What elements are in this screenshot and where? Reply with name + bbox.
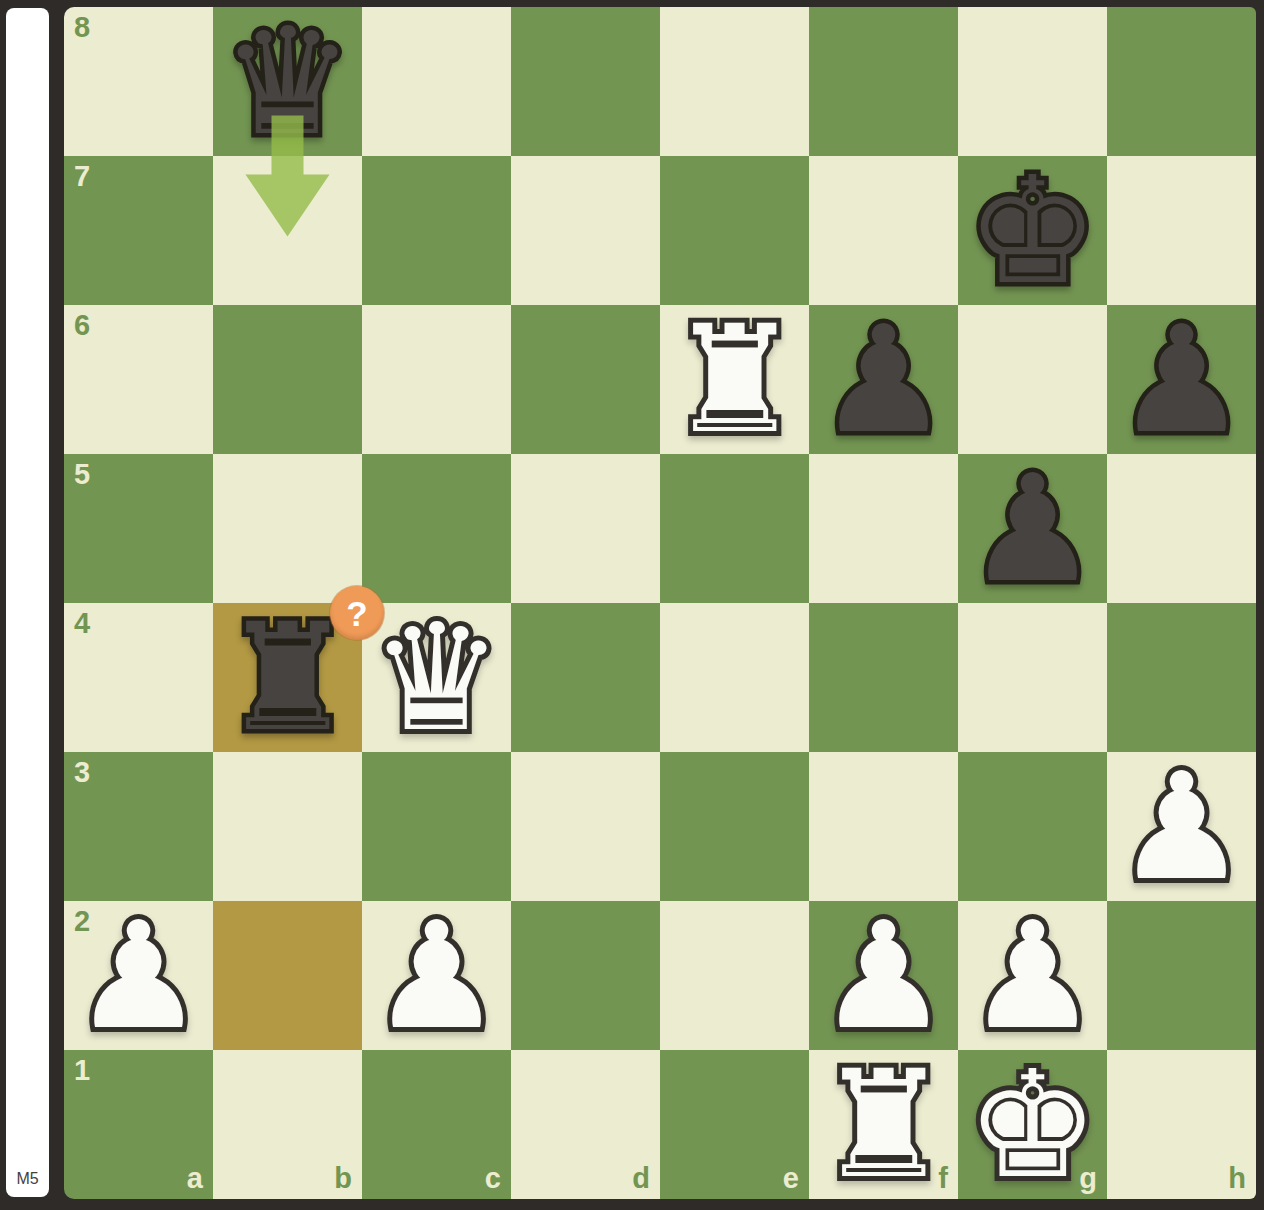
square-d8[interactable] [511, 7, 660, 156]
rank-label-4: 4 [74, 609, 90, 638]
piece-white-queen-c4[interactable]: ♛ [362, 603, 511, 752]
square-a2[interactable]: 2♟ [64, 901, 213, 1050]
evaluation-bar: M5 [6, 8, 49, 1197]
square-b2[interactable] [213, 901, 362, 1050]
square-g6[interactable] [958, 305, 1107, 454]
square-g8[interactable] [958, 7, 1107, 156]
square-a6[interactable]: 6 [64, 305, 213, 454]
square-h5[interactable] [1107, 454, 1256, 603]
square-f6[interactable]: ♟ [809, 305, 958, 454]
square-a5[interactable]: 5 [64, 454, 213, 603]
piece-black-king-g7[interactable]: ♚ [958, 156, 1107, 305]
rank-label-7: 7 [74, 162, 90, 191]
piece-white-rook-f1[interactable]: ♜ [809, 1050, 958, 1199]
square-f7[interactable] [809, 156, 958, 305]
square-b7[interactable] [213, 156, 362, 305]
square-f4[interactable] [809, 603, 958, 752]
square-c6[interactable] [362, 305, 511, 454]
square-h3[interactable]: ♟ [1107, 752, 1256, 901]
square-d4[interactable] [511, 603, 660, 752]
square-d3[interactable] [511, 752, 660, 901]
square-e8[interactable] [660, 7, 809, 156]
square-a7[interactable]: 7 [64, 156, 213, 305]
file-label-g: g [1079, 1164, 1097, 1193]
square-h6[interactable]: ♟ [1107, 305, 1256, 454]
piece-white-pawn-h3[interactable]: ♟ [1107, 752, 1256, 901]
square-b4[interactable]: ♜ [213, 603, 362, 752]
rank-label-6: 6 [74, 311, 90, 340]
rank-label-3: 3 [74, 758, 90, 787]
rank-label-1: 1 [74, 1056, 90, 1085]
square-f2[interactable]: ♟ [809, 901, 958, 1050]
file-label-h: h [1228, 1164, 1246, 1193]
square-c2[interactable]: ♟ [362, 901, 511, 1050]
square-e1[interactable]: e [660, 1050, 809, 1199]
square-g1[interactable]: g♚ [958, 1050, 1107, 1199]
square-c3[interactable] [362, 752, 511, 901]
square-f8[interactable] [809, 7, 958, 156]
square-a1[interactable]: 1a [64, 1050, 213, 1199]
square-g5[interactable]: ♟ [958, 454, 1107, 603]
square-a4[interactable]: 4 [64, 603, 213, 752]
rank-label-8: 8 [74, 13, 90, 42]
evaluation-label: M5 [6, 1170, 49, 1188]
square-a8[interactable]: 8 [64, 7, 213, 156]
square-g3[interactable] [958, 752, 1107, 901]
square-c1[interactable]: c [362, 1050, 511, 1199]
square-b3[interactable] [213, 752, 362, 901]
square-c5[interactable] [362, 454, 511, 603]
piece-white-pawn-f2[interactable]: ♟ [809, 901, 958, 1050]
piece-white-pawn-g2[interactable]: ♟ [958, 901, 1107, 1050]
square-d2[interactable] [511, 901, 660, 1050]
square-e5[interactable] [660, 454, 809, 603]
piece-black-pawn-f6[interactable]: ♟ [809, 305, 958, 454]
square-h8[interactable] [1107, 7, 1256, 156]
rank-label-2: 2 [74, 907, 90, 936]
square-b6[interactable] [213, 305, 362, 454]
file-label-a: a [187, 1164, 203, 1193]
file-label-c: c [485, 1164, 501, 1193]
square-c4[interactable]: ♛ [362, 603, 511, 752]
chess-board[interactable]: 8♛7♚6♜♟♟5♟4♜♛3♟2♟♟♟♟1abcdef♜g♚h [64, 7, 1256, 1199]
square-a3[interactable]: 3 [64, 752, 213, 901]
piece-black-pawn-h6[interactable]: ♟ [1107, 305, 1256, 454]
square-f5[interactable] [809, 454, 958, 603]
square-b1[interactable]: b [213, 1050, 362, 1199]
file-label-f: f [938, 1164, 948, 1193]
piece-black-pawn-g5[interactable]: ♟ [958, 454, 1107, 603]
square-g7[interactable]: ♚ [958, 156, 1107, 305]
square-b5[interactable] [213, 454, 362, 603]
square-d7[interactable] [511, 156, 660, 305]
square-g4[interactable] [958, 603, 1107, 752]
square-e2[interactable] [660, 901, 809, 1050]
square-f3[interactable] [809, 752, 958, 901]
square-e6[interactable]: ♜ [660, 305, 809, 454]
square-c7[interactable] [362, 156, 511, 305]
square-d6[interactable] [511, 305, 660, 454]
piece-white-rook-e6[interactable]: ♜ [660, 305, 809, 454]
file-label-b: b [334, 1164, 352, 1193]
square-e7[interactable] [660, 156, 809, 305]
square-c8[interactable] [362, 7, 511, 156]
square-e3[interactable] [660, 752, 809, 901]
square-d1[interactable]: d [511, 1050, 660, 1199]
square-e4[interactable] [660, 603, 809, 752]
file-label-d: d [632, 1164, 650, 1193]
file-label-e: e [783, 1164, 799, 1193]
square-f1[interactable]: f♜ [809, 1050, 958, 1199]
square-h7[interactable] [1107, 156, 1256, 305]
piece-black-rook-b4[interactable]: ♜ [213, 603, 362, 752]
piece-black-queen-b8[interactable]: ♛ [213, 7, 362, 156]
piece-white-pawn-c2[interactable]: ♟ [362, 901, 511, 1050]
square-b8[interactable]: ♛ [213, 7, 362, 156]
rank-label-5: 5 [74, 460, 90, 489]
chess-analysis-page: { "game": "chess", "position": { "fen": … [0, 0, 1264, 1210]
square-h1[interactable]: h [1107, 1050, 1256, 1199]
square-d5[interactable] [511, 454, 660, 603]
square-h2[interactable] [1107, 901, 1256, 1050]
square-g2[interactable]: ♟ [958, 901, 1107, 1050]
square-h4[interactable] [1107, 603, 1256, 752]
